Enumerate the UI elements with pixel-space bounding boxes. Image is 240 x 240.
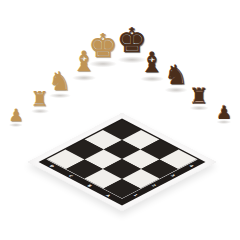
white-rook-piece: ♜ <box>31 87 50 111</box>
board-border: DCBA 4321 <box>39 119 206 206</box>
black-bishop-piece: ♝ <box>139 46 164 79</box>
mat-white-margin: DCBA 4321 <box>27 113 217 212</box>
board-squares <box>46 120 197 199</box>
chess-mat-diamond: DCBA 4321 <box>27 113 217 212</box>
product-photo: DCBA 4321 ♟♜♞♝♚♚♝♞♜♟ <box>0 0 240 240</box>
black-knight-piece: ♞ <box>164 59 188 90</box>
white-pawn-piece: ♟ <box>8 105 23 125</box>
black-rook-piece: ♜ <box>189 84 209 109</box>
white-knight-piece: ♞ <box>48 66 71 96</box>
white-king-piece: ♚ <box>88 26 118 65</box>
black-pawn-piece: ♟ <box>216 102 232 123</box>
